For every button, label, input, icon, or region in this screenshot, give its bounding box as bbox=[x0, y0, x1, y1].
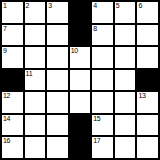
cell-r5c1[interactable]: 12 bbox=[2, 92, 23, 113]
cell-r7c2[interactable] bbox=[25, 137, 46, 158]
cell-r6c6[interactable] bbox=[115, 115, 136, 136]
cell-r4c3[interactable] bbox=[47, 70, 68, 91]
clue-number: 9 bbox=[3, 47, 7, 55]
clue-number: 13 bbox=[138, 92, 145, 100]
clue-number: 10 bbox=[71, 47, 78, 55]
cell-r4c6[interactable] bbox=[115, 70, 136, 91]
cell-r5c2[interactable] bbox=[25, 92, 46, 113]
cell-r5c6[interactable] bbox=[115, 92, 136, 113]
block-cell-r4c1 bbox=[2, 70, 23, 91]
cell-r3c4[interactable]: 10 bbox=[70, 47, 91, 68]
cell-r5c4[interactable] bbox=[70, 92, 91, 113]
cell-r2c6[interactable] bbox=[115, 25, 136, 46]
cell-r6c3[interactable] bbox=[47, 115, 68, 136]
cell-r7c5[interactable]: 17 bbox=[92, 137, 113, 158]
cell-r2c7[interactable] bbox=[137, 25, 158, 46]
cell-r6c2[interactable] bbox=[25, 115, 46, 136]
block-cell-r1c4 bbox=[70, 2, 91, 23]
clue-number: 7 bbox=[3, 25, 7, 33]
block-cell-r2c4 bbox=[70, 25, 91, 46]
cell-r5c5[interactable] bbox=[92, 92, 113, 113]
cell-r1c7[interactable]: 6 bbox=[137, 2, 158, 23]
cell-r3c3[interactable] bbox=[47, 47, 68, 68]
cell-r1c3[interactable]: 3 bbox=[47, 2, 68, 23]
clue-number: 5 bbox=[116, 2, 120, 10]
cell-r4c5[interactable] bbox=[92, 70, 113, 91]
cell-r3c6[interactable] bbox=[115, 47, 136, 68]
cell-r2c1[interactable]: 7 bbox=[2, 25, 23, 46]
clue-number: 4 bbox=[93, 2, 97, 10]
cell-r6c1[interactable]: 14 bbox=[2, 115, 23, 136]
cell-r3c7[interactable] bbox=[137, 47, 158, 68]
clue-number: 11 bbox=[26, 70, 33, 78]
cell-r1c6[interactable]: 5 bbox=[115, 2, 136, 23]
crossword-grid: 1234567891011121314151617 bbox=[0, 0, 160, 160]
clue-number: 16 bbox=[3, 137, 10, 145]
cell-r6c5[interactable]: 15 bbox=[92, 115, 113, 136]
cell-r7c1[interactable]: 16 bbox=[2, 137, 23, 158]
clue-number: 6 bbox=[138, 2, 142, 10]
cell-r3c5[interactable] bbox=[92, 47, 113, 68]
cell-r2c2[interactable] bbox=[25, 25, 46, 46]
clue-number: 12 bbox=[3, 92, 10, 100]
block-cell-r6c4 bbox=[70, 115, 91, 136]
cell-r6c7[interactable] bbox=[137, 115, 158, 136]
cell-r1c2[interactable]: 2 bbox=[25, 2, 46, 23]
cell-r1c1[interactable]: 1 bbox=[2, 2, 23, 23]
clue-number: 2 bbox=[26, 2, 30, 10]
cell-r7c3[interactable] bbox=[47, 137, 68, 158]
cell-r3c2[interactable] bbox=[25, 47, 46, 68]
cell-r5c3[interactable] bbox=[47, 92, 68, 113]
clue-number: 8 bbox=[93, 25, 97, 33]
cell-r5c7[interactable]: 13 bbox=[137, 92, 158, 113]
block-cell-r4c7 bbox=[137, 70, 158, 91]
clue-number: 17 bbox=[93, 137, 100, 145]
block-cell-r7c4 bbox=[70, 137, 91, 158]
cell-r2c5[interactable]: 8 bbox=[92, 25, 113, 46]
cell-r3c1[interactable]: 9 bbox=[2, 47, 23, 68]
clue-number: 14 bbox=[3, 115, 10, 123]
cell-r7c7[interactable] bbox=[137, 137, 158, 158]
cell-r1c5[interactable]: 4 bbox=[92, 2, 113, 23]
clue-number: 15 bbox=[93, 115, 100, 123]
cell-r4c4[interactable] bbox=[70, 70, 91, 91]
clue-number: 1 bbox=[3, 2, 7, 10]
cell-r4c2[interactable]: 11 bbox=[25, 70, 46, 91]
cell-r2c3[interactable] bbox=[47, 25, 68, 46]
clue-number: 3 bbox=[48, 2, 52, 10]
cell-r7c6[interactable] bbox=[115, 137, 136, 158]
